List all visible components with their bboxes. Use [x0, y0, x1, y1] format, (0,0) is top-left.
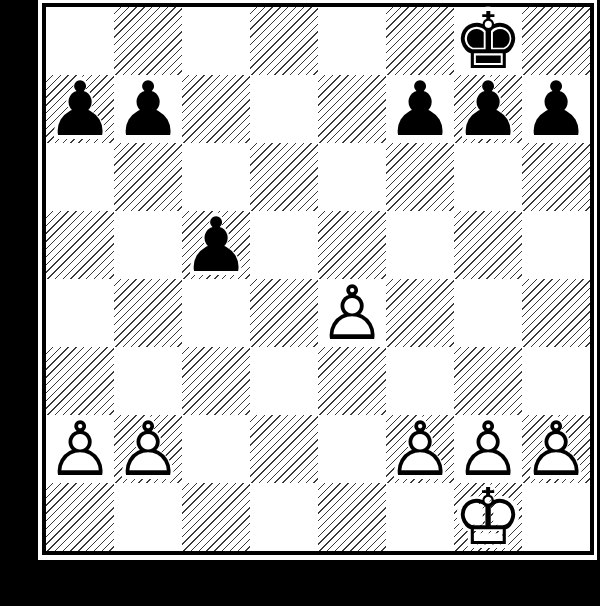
square-d3	[250, 347, 318, 415]
square-a4	[46, 279, 114, 347]
square-g6	[454, 143, 522, 211]
square-b1	[114, 483, 182, 551]
black-pawn-halo: ♟	[386, 75, 454, 143]
square-h2: ♟♙	[522, 415, 590, 483]
square-a3	[46, 347, 114, 415]
square-h4	[522, 279, 590, 347]
black-pawn-halo: ♟	[522, 75, 590, 143]
square-h6	[522, 143, 590, 211]
square-d1	[250, 483, 318, 551]
black-pawn: ♟	[182, 211, 250, 279]
square-e2	[318, 415, 386, 483]
diagram-panel: ♚♚♟♟♟♟♟♟♟♟♟♟♟♟♟♙♟♙♟♙♟♙♟♙♟♙♚♔	[38, 0, 597, 560]
white-pawn-halo: ♟	[318, 279, 386, 347]
square-e4: ♟♙	[318, 279, 386, 347]
square-f8	[386, 7, 454, 75]
white-pawn-halo: ♟	[46, 415, 114, 483]
square-b6	[114, 143, 182, 211]
square-f2: ♟♙	[386, 415, 454, 483]
black-pawn: ♟	[454, 75, 522, 143]
square-d5	[250, 211, 318, 279]
square-g5	[454, 211, 522, 279]
square-h3	[522, 347, 590, 415]
square-h8	[522, 7, 590, 75]
square-c3	[182, 347, 250, 415]
square-e7	[318, 75, 386, 143]
square-c5: ♟♟	[182, 211, 250, 279]
white-pawn-halo: ♟	[114, 415, 182, 483]
square-h7: ♟♟	[522, 75, 590, 143]
white-pawn-halo: ♟	[522, 415, 590, 483]
page-background: ♚♚♟♟♟♟♟♟♟♟♟♟♟♟♟♙♟♙♟♙♟♙♟♙♟♙♚♔	[0, 0, 600, 606]
square-d7	[250, 75, 318, 143]
square-d6	[250, 143, 318, 211]
square-f3	[386, 347, 454, 415]
square-g7: ♟♟	[454, 75, 522, 143]
square-g8: ♚♚	[454, 7, 522, 75]
square-d8	[250, 7, 318, 75]
square-c6	[182, 143, 250, 211]
white-pawn: ♙	[46, 415, 114, 483]
square-a5	[46, 211, 114, 279]
square-b2: ♟♙	[114, 415, 182, 483]
square-b8	[114, 7, 182, 75]
square-e1	[318, 483, 386, 551]
black-pawn-halo: ♟	[46, 75, 114, 143]
white-pawn: ♙	[114, 415, 182, 483]
black-pawn-halo: ♟	[182, 211, 250, 279]
square-h1	[522, 483, 590, 551]
square-g2: ♟♙	[454, 415, 522, 483]
square-c1	[182, 483, 250, 551]
white-pawn: ♙	[454, 415, 522, 483]
square-a1	[46, 483, 114, 551]
black-pawn-halo: ♟	[114, 75, 182, 143]
square-c4	[182, 279, 250, 347]
square-a8	[46, 7, 114, 75]
white-king-halo: ♚	[454, 483, 522, 551]
square-h5	[522, 211, 590, 279]
black-pawn: ♟	[114, 75, 182, 143]
chess-board: ♚♚♟♟♟♟♟♟♟♟♟♟♟♟♟♙♟♙♟♙♟♙♟♙♟♙♚♔	[42, 3, 594, 555]
white-pawn-halo: ♟	[454, 415, 522, 483]
square-c8	[182, 7, 250, 75]
square-f6	[386, 143, 454, 211]
square-f5	[386, 211, 454, 279]
square-f7: ♟♟	[386, 75, 454, 143]
white-pawn: ♙	[522, 415, 590, 483]
square-c2	[182, 415, 250, 483]
white-pawn: ♙	[386, 415, 454, 483]
square-e6	[318, 143, 386, 211]
square-g1: ♚♔	[454, 483, 522, 551]
square-e8	[318, 7, 386, 75]
square-a7: ♟♟	[46, 75, 114, 143]
square-f4	[386, 279, 454, 347]
square-d4	[250, 279, 318, 347]
square-g4	[454, 279, 522, 347]
square-g3	[454, 347, 522, 415]
square-b4	[114, 279, 182, 347]
square-b5	[114, 211, 182, 279]
square-e5	[318, 211, 386, 279]
square-f1	[386, 483, 454, 551]
square-d2	[250, 415, 318, 483]
black-pawn-halo: ♟	[454, 75, 522, 143]
black-king-halo: ♚	[454, 7, 522, 75]
black-pawn: ♟	[522, 75, 590, 143]
black-king: ♚	[454, 7, 522, 75]
black-pawn: ♟	[46, 75, 114, 143]
square-e3	[318, 347, 386, 415]
white-pawn: ♙	[318, 279, 386, 347]
white-king: ♔	[454, 483, 522, 551]
square-b3	[114, 347, 182, 415]
black-pawn: ♟	[386, 75, 454, 143]
square-b7: ♟♟	[114, 75, 182, 143]
square-a6	[46, 143, 114, 211]
square-a2: ♟♙	[46, 415, 114, 483]
square-c7	[182, 75, 250, 143]
white-pawn-halo: ♟	[386, 415, 454, 483]
